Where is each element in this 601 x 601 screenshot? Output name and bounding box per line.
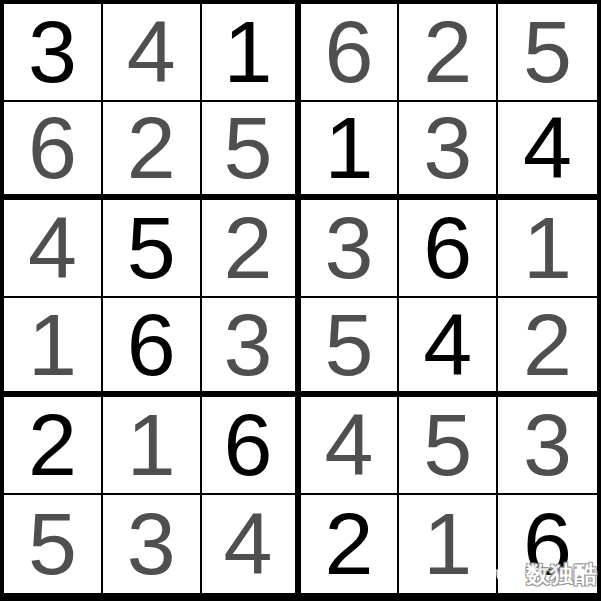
given-digit: 4 (523, 104, 572, 192)
given-digit: 2 (324, 500, 373, 588)
solved-digit: 4 (127, 8, 176, 96)
cell-r5c2[interactable]: 1 (103, 397, 202, 495)
solved-digit: 4 (224, 500, 273, 588)
solved-digit: 4 (28, 204, 77, 292)
solved-digit: 3 (423, 104, 472, 192)
given-digit: 6 (127, 301, 176, 389)
solved-digit: 1 (423, 500, 472, 588)
cell-r3c5[interactable]: 6 (399, 200, 498, 298)
solved-digit: 1 (127, 401, 176, 489)
cell-r2c3[interactable]: 5 (202, 102, 301, 200)
cell-r5c4[interactable]: 4 (301, 397, 400, 495)
cell-r2c2[interactable]: 2 (103, 102, 202, 200)
cell-r4c6[interactable]: 2 (498, 298, 597, 396)
cell-r4c3[interactable]: 3 (202, 298, 301, 396)
cell-r1c6[interactable]: 5 (498, 4, 597, 102)
cell-r6c5[interactable]: 1 (399, 495, 498, 593)
solved-digit: 2 (523, 301, 572, 389)
cell-r2c4[interactable]: 1 (301, 102, 400, 200)
cell-r6c1[interactable]: 5 (4, 495, 103, 593)
cell-r1c5[interactable]: 2 (399, 4, 498, 102)
given-digit: 1 (324, 104, 373, 192)
cell-r6c3[interactable]: 4 (202, 495, 301, 593)
cell-r6c6[interactable]: 6 (498, 495, 597, 593)
given-digit: 6 (523, 500, 572, 588)
cell-r4c4[interactable]: 5 (301, 298, 400, 396)
cell-r1c4[interactable]: 6 (301, 4, 400, 102)
given-digit: 3 (28, 8, 77, 96)
cell-r1c2[interactable]: 4 (103, 4, 202, 102)
solved-digit: 3 (224, 301, 273, 389)
solved-digit: 2 (224, 204, 273, 292)
cell-r1c1[interactable]: 3 (4, 4, 103, 102)
cell-r4c2[interactable]: 6 (103, 298, 202, 396)
cell-r5c3[interactable]: 6 (202, 397, 301, 495)
cell-r2c6[interactable]: 4 (498, 102, 597, 200)
solved-digit: 5 (423, 401, 472, 489)
solved-digit: 5 (324, 301, 373, 389)
cell-r3c3[interactable]: 2 (202, 200, 301, 298)
solved-digit: 3 (523, 401, 572, 489)
solved-digit: 5 (28, 500, 77, 588)
given-digit: 6 (423, 204, 472, 292)
cell-r5c6[interactable]: 3 (498, 397, 597, 495)
cell-r3c1[interactable]: 4 (4, 200, 103, 298)
given-digit: 4 (423, 301, 472, 389)
given-digit: 2 (28, 401, 77, 489)
cell-r2c1[interactable]: 6 (4, 102, 103, 200)
cell-r1c3[interactable]: 1 (202, 4, 301, 102)
sudoku-board: 341625625134452361163542216453534216 (0, 0, 601, 601)
cell-r5c1[interactable]: 2 (4, 397, 103, 495)
solved-digit: 6 (28, 104, 77, 192)
given-digit: 6 (224, 401, 273, 489)
solved-digit: 3 (127, 500, 176, 588)
cell-r3c2[interactable]: 5 (103, 200, 202, 298)
cell-r6c4[interactable]: 2 (301, 495, 400, 593)
cell-r4c1[interactable]: 1 (4, 298, 103, 396)
solved-digit: 2 (423, 8, 472, 96)
cell-r3c6[interactable]: 1 (498, 200, 597, 298)
solved-digit: 3 (324, 204, 373, 292)
solved-digit: 5 (523, 8, 572, 96)
solved-digit: 2 (127, 104, 176, 192)
solved-digit: 5 (224, 104, 273, 192)
cell-r5c5[interactable]: 5 (399, 397, 498, 495)
solved-digit: 1 (523, 204, 572, 292)
cell-r3c4[interactable]: 3 (301, 200, 400, 298)
solved-digit: 6 (324, 8, 373, 96)
cell-r6c2[interactable]: 3 (103, 495, 202, 593)
cell-r4c5[interactable]: 4 (399, 298, 498, 396)
sudoku-screenshot: 341625625134452361163542216453534216 数独酷 (0, 0, 601, 601)
given-digit: 5 (127, 204, 176, 292)
cell-r2c5[interactable]: 3 (399, 102, 498, 200)
solved-digit: 1 (28, 301, 77, 389)
solved-digit: 4 (324, 401, 373, 489)
given-digit: 1 (224, 8, 273, 96)
